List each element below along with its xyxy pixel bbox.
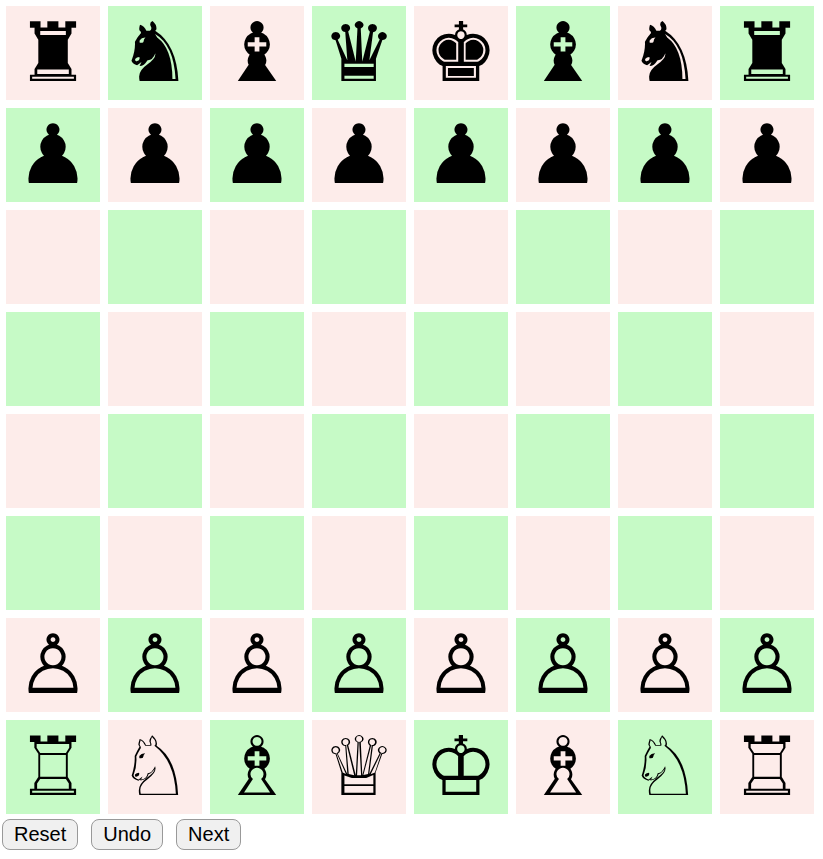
piece-white-pawn: ♙ xyxy=(220,618,294,712)
square-c4[interactable] xyxy=(210,414,304,508)
square-e2[interactable]: ♙ xyxy=(414,618,508,712)
square-g1[interactable]: ♘ xyxy=(618,720,712,814)
piece-black-pawn: ♟ xyxy=(322,108,396,202)
piece-black-pawn: ♟ xyxy=(220,108,294,202)
piece-black-knight: ♞ xyxy=(628,6,702,100)
chess-board: ♜♞♝♛♚♝♞♜♟♟♟♟♟♟♟♟♙♙♙♙♙♙♙♙♖♘♗♕♔♗♘♖ xyxy=(6,6,814,814)
piece-black-rook: ♜ xyxy=(730,6,804,100)
piece-black-pawn: ♟ xyxy=(628,108,702,202)
square-f8[interactable]: ♝ xyxy=(516,6,610,100)
controls: Reset Undo Next xyxy=(2,819,823,850)
square-d5[interactable] xyxy=(312,312,406,406)
square-a8[interactable]: ♜ xyxy=(6,6,100,100)
square-c2[interactable]: ♙ xyxy=(210,618,304,712)
square-g3[interactable] xyxy=(618,516,712,610)
square-d3[interactable] xyxy=(312,516,406,610)
piece-black-pawn: ♟ xyxy=(118,108,192,202)
square-d4[interactable] xyxy=(312,414,406,508)
square-d6[interactable] xyxy=(312,210,406,304)
piece-black-pawn: ♟ xyxy=(526,108,600,202)
square-f6[interactable] xyxy=(516,210,610,304)
reset-button[interactable]: Reset xyxy=(2,819,78,850)
piece-white-pawn: ♙ xyxy=(424,618,498,712)
next-button[interactable]: Next xyxy=(176,819,241,850)
piece-white-pawn: ♙ xyxy=(730,618,804,712)
square-b1[interactable]: ♘ xyxy=(108,720,202,814)
square-c7[interactable]: ♟ xyxy=(210,108,304,202)
piece-white-pawn: ♙ xyxy=(322,618,396,712)
square-h4[interactable] xyxy=(720,414,814,508)
square-e1[interactable]: ♔ xyxy=(414,720,508,814)
piece-white-pawn: ♙ xyxy=(118,618,192,712)
square-a4[interactable] xyxy=(6,414,100,508)
piece-white-bishop: ♗ xyxy=(220,720,294,814)
square-f4[interactable] xyxy=(516,414,610,508)
square-e4[interactable] xyxy=(414,414,508,508)
square-d1[interactable]: ♕ xyxy=(312,720,406,814)
piece-black-knight: ♞ xyxy=(118,6,192,100)
square-f5[interactable] xyxy=(516,312,610,406)
square-b2[interactable]: ♙ xyxy=(108,618,202,712)
square-e8[interactable]: ♚ xyxy=(414,6,508,100)
square-a7[interactable]: ♟ xyxy=(6,108,100,202)
undo-button[interactable]: Undo xyxy=(91,819,163,850)
square-g7[interactable]: ♟ xyxy=(618,108,712,202)
square-f7[interactable]: ♟ xyxy=(516,108,610,202)
square-c5[interactable] xyxy=(210,312,304,406)
square-e5[interactable] xyxy=(414,312,508,406)
piece-white-king: ♔ xyxy=(424,720,498,814)
square-d7[interactable]: ♟ xyxy=(312,108,406,202)
square-e3[interactable] xyxy=(414,516,508,610)
piece-black-queen: ♛ xyxy=(322,6,396,100)
square-d8[interactable]: ♛ xyxy=(312,6,406,100)
square-f2[interactable]: ♙ xyxy=(516,618,610,712)
piece-black-bishop: ♝ xyxy=(526,6,600,100)
piece-white-rook: ♖ xyxy=(16,720,90,814)
piece-white-queen: ♕ xyxy=(322,720,396,814)
piece-black-rook: ♜ xyxy=(16,6,90,100)
square-g5[interactable] xyxy=(618,312,712,406)
square-a3[interactable] xyxy=(6,516,100,610)
square-h8[interactable]: ♜ xyxy=(720,6,814,100)
square-c6[interactable] xyxy=(210,210,304,304)
piece-white-rook: ♖ xyxy=(730,720,804,814)
square-b4[interactable] xyxy=(108,414,202,508)
square-g6[interactable] xyxy=(618,210,712,304)
square-e7[interactable]: ♟ xyxy=(414,108,508,202)
square-h1[interactable]: ♖ xyxy=(720,720,814,814)
square-b3[interactable] xyxy=(108,516,202,610)
square-g4[interactable] xyxy=(618,414,712,508)
piece-black-pawn: ♟ xyxy=(424,108,498,202)
square-h7[interactable]: ♟ xyxy=(720,108,814,202)
piece-black-bishop: ♝ xyxy=(220,6,294,100)
piece-white-bishop: ♗ xyxy=(526,720,600,814)
square-d2[interactable]: ♙ xyxy=(312,618,406,712)
square-c3[interactable] xyxy=(210,516,304,610)
square-h6[interactable] xyxy=(720,210,814,304)
piece-black-king: ♚ xyxy=(424,6,498,100)
square-b7[interactable]: ♟ xyxy=(108,108,202,202)
square-b6[interactable] xyxy=(108,210,202,304)
square-a2[interactable]: ♙ xyxy=(6,618,100,712)
square-h3[interactable] xyxy=(720,516,814,610)
square-b5[interactable] xyxy=(108,312,202,406)
piece-white-pawn: ♙ xyxy=(16,618,90,712)
square-a1[interactable]: ♖ xyxy=(6,720,100,814)
square-g8[interactable]: ♞ xyxy=(618,6,712,100)
square-f1[interactable]: ♗ xyxy=(516,720,610,814)
piece-black-pawn: ♟ xyxy=(730,108,804,202)
square-b8[interactable]: ♞ xyxy=(108,6,202,100)
square-a5[interactable] xyxy=(6,312,100,406)
square-f3[interactable] xyxy=(516,516,610,610)
piece-white-pawn: ♙ xyxy=(526,618,600,712)
square-g2[interactable]: ♙ xyxy=(618,618,712,712)
square-c1[interactable]: ♗ xyxy=(210,720,304,814)
square-a6[interactable] xyxy=(6,210,100,304)
square-h5[interactable] xyxy=(720,312,814,406)
piece-white-knight: ♘ xyxy=(628,720,702,814)
square-h2[interactable]: ♙ xyxy=(720,618,814,712)
square-e6[interactable] xyxy=(414,210,508,304)
square-c8[interactable]: ♝ xyxy=(210,6,304,100)
piece-black-pawn: ♟ xyxy=(16,108,90,202)
piece-white-pawn: ♙ xyxy=(628,618,702,712)
piece-white-knight: ♘ xyxy=(118,720,192,814)
